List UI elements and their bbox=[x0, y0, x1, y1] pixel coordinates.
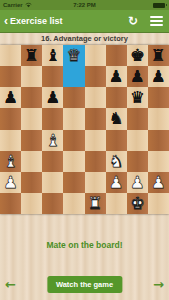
square-a7[interactable] bbox=[0, 66, 21, 87]
square-a2[interactable]: ♟ bbox=[0, 172, 21, 193]
square-d2[interactable] bbox=[63, 172, 84, 193]
square-b2[interactable] bbox=[21, 172, 42, 193]
square-g2[interactable]: ♟ bbox=[127, 172, 148, 193]
square-h5[interactable] bbox=[148, 108, 169, 129]
square-c3[interactable] bbox=[42, 151, 63, 172]
square-h2[interactable]: ♟ bbox=[148, 172, 169, 193]
black-pawn: ♟ bbox=[109, 66, 124, 87]
square-b4[interactable] bbox=[21, 130, 42, 151]
square-c5[interactable] bbox=[42, 108, 63, 129]
black-knight: ♞ bbox=[109, 108, 124, 129]
square-d4[interactable] bbox=[63, 130, 84, 151]
square-a6[interactable]: ♟ bbox=[0, 87, 21, 108]
square-f4[interactable] bbox=[106, 130, 127, 151]
square-f2[interactable]: ♟ bbox=[106, 172, 127, 193]
square-a4[interactable] bbox=[0, 130, 21, 151]
battery-icon bbox=[153, 3, 165, 8]
square-f8[interactable] bbox=[106, 45, 127, 66]
white-rook: ♜ bbox=[88, 193, 103, 214]
square-c1[interactable] bbox=[42, 193, 63, 214]
square-f7[interactable]: ♟ bbox=[106, 66, 127, 87]
square-e1[interactable]: ♜ bbox=[85, 193, 106, 214]
square-g8[interactable]: ♚ bbox=[127, 45, 148, 66]
square-d3[interactable] bbox=[63, 151, 84, 172]
square-e3[interactable] bbox=[85, 151, 106, 172]
white-king: ♚ bbox=[130, 193, 145, 214]
black-bishop: ♝ bbox=[45, 45, 60, 66]
square-e6[interactable] bbox=[85, 87, 106, 108]
white-bishop: ♝ bbox=[45, 130, 60, 151]
square-b5[interactable] bbox=[21, 108, 42, 129]
square-g6[interactable]: ♛ bbox=[127, 87, 148, 108]
black-king: ♚ bbox=[130, 45, 145, 66]
black-pawn: ♟ bbox=[45, 87, 60, 108]
white-knight: ♞ bbox=[109, 151, 124, 172]
next-exercise-arrow[interactable]: → bbox=[153, 277, 164, 292]
square-c7[interactable] bbox=[42, 66, 63, 87]
app-screen: Carrier 7:22 PM ‹ Exercise list ↻ 16. Ad… bbox=[0, 0, 169, 300]
square-c8[interactable]: ♝ bbox=[42, 45, 63, 66]
refresh-icon[interactable]: ↻ bbox=[128, 15, 138, 27]
square-e7[interactable] bbox=[85, 66, 106, 87]
square-c4[interactable]: ♝ bbox=[42, 130, 63, 151]
black-queen: ♛ bbox=[130, 87, 145, 108]
white-pawn: ♟ bbox=[109, 172, 124, 193]
white-pawn: ♟ bbox=[130, 172, 145, 193]
square-g1[interactable]: ♚ bbox=[127, 193, 148, 214]
square-h1[interactable] bbox=[148, 193, 169, 214]
white-pawn: ♟ bbox=[151, 172, 166, 193]
square-h8[interactable]: ♜ bbox=[148, 45, 169, 66]
square-e8[interactable] bbox=[85, 45, 106, 66]
square-f6[interactable] bbox=[106, 87, 127, 108]
black-pawn: ♟ bbox=[151, 66, 166, 87]
square-b7[interactable] bbox=[21, 66, 42, 87]
square-e4[interactable] bbox=[85, 130, 106, 151]
clock: 7:22 PM bbox=[0, 2, 169, 8]
square-e5[interactable] bbox=[85, 108, 106, 129]
square-a8[interactable] bbox=[0, 45, 21, 66]
square-d5[interactable] bbox=[63, 108, 84, 129]
square-h3[interactable] bbox=[148, 151, 169, 172]
exercise-title: 16. Advantage or victory bbox=[0, 32, 169, 45]
menu-icon[interactable] bbox=[150, 16, 163, 25]
black-rook: ♜ bbox=[24, 45, 39, 66]
square-b3[interactable] bbox=[21, 151, 42, 172]
black-pawn: ♟ bbox=[130, 66, 145, 87]
square-b1[interactable] bbox=[21, 193, 42, 214]
square-d1[interactable] bbox=[63, 193, 84, 214]
back-button[interactable]: ‹ Exercise list bbox=[4, 16, 63, 26]
square-f1[interactable] bbox=[106, 193, 127, 214]
square-b6[interactable] bbox=[21, 87, 42, 108]
square-d8[interactable]: ♛ bbox=[63, 45, 84, 66]
square-g3[interactable] bbox=[127, 151, 148, 172]
square-b8[interactable]: ♜ bbox=[21, 45, 42, 66]
status-message: Mate on the board! bbox=[0, 240, 169, 250]
square-a1[interactable] bbox=[0, 193, 21, 214]
square-a5[interactable] bbox=[0, 108, 21, 129]
square-f5[interactable]: ♞ bbox=[106, 108, 127, 129]
square-h6[interactable] bbox=[148, 87, 169, 108]
footer-bar: ← Watch the game → bbox=[0, 275, 169, 297]
chess-board: ♜♝♛♚♜♟♟♟♟♟♛♞♝♝♞♟♟♟♟♜♚ bbox=[0, 45, 169, 214]
square-c6[interactable]: ♟ bbox=[42, 87, 63, 108]
square-d6[interactable] bbox=[63, 87, 84, 108]
back-button-label: Exercise list bbox=[10, 16, 63, 26]
black-pawn: ♟ bbox=[3, 87, 18, 108]
white-queen: ♛ bbox=[67, 45, 82, 66]
square-e2[interactable] bbox=[85, 172, 106, 193]
square-f3[interactable]: ♞ bbox=[106, 151, 127, 172]
back-chevron-icon: ‹ bbox=[4, 17, 8, 26]
navigation-bar: ‹ Exercise list ↻ bbox=[0, 10, 169, 33]
square-h7[interactable]: ♟ bbox=[148, 66, 169, 87]
square-g5[interactable] bbox=[127, 108, 148, 129]
square-g7[interactable]: ♟ bbox=[127, 66, 148, 87]
black-rook: ♜ bbox=[151, 45, 166, 66]
white-pawn: ♟ bbox=[3, 172, 18, 193]
square-h4[interactable] bbox=[148, 130, 169, 151]
watch-the-game-button[interactable]: Watch the game bbox=[47, 276, 122, 293]
square-c2[interactable] bbox=[42, 172, 63, 193]
status-bar: Carrier 7:22 PM bbox=[0, 0, 169, 10]
previous-exercise-arrow[interactable]: ← bbox=[5, 277, 16, 292]
white-bishop: ♝ bbox=[3, 151, 18, 172]
square-a3[interactable]: ♝ bbox=[0, 151, 21, 172]
square-d7[interactable] bbox=[63, 66, 84, 87]
square-g4[interactable] bbox=[127, 130, 148, 151]
